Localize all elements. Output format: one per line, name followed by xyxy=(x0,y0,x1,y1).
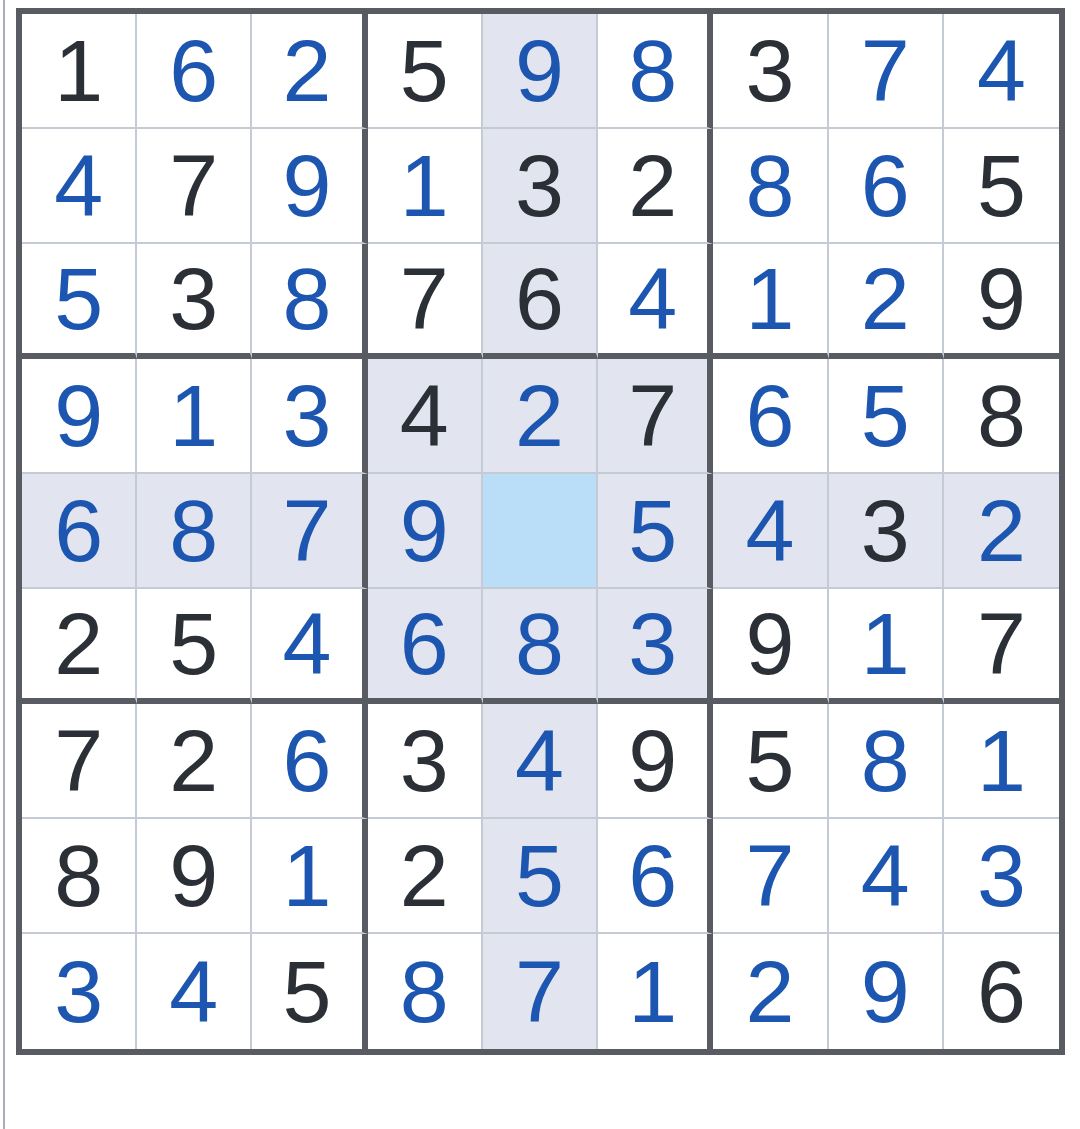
cell-r7c3[interactable]: 6 xyxy=(252,704,367,819)
cell-r9c9[interactable]: 6 xyxy=(944,934,1059,1049)
cell-r6c1[interactable]: 2 xyxy=(22,589,137,704)
cell-r2c1[interactable]: 4 xyxy=(22,129,137,244)
cell-r8c9[interactable]: 3 xyxy=(944,819,1059,934)
cell-r1c6[interactable]: 8 xyxy=(598,14,713,129)
cell-r4c2[interactable]: 1 xyxy=(137,359,252,474)
cell-r3c5[interactable]: 6 xyxy=(483,244,598,359)
cell-r9c6[interactable]: 1 xyxy=(598,934,713,1049)
cell-r9c3[interactable]: 5 xyxy=(252,934,367,1049)
cell-r7c6[interactable]: 9 xyxy=(598,704,713,819)
cell-r1c5[interactable]: 9 xyxy=(483,14,598,129)
cell-r8c6[interactable]: 6 xyxy=(598,819,713,934)
cell-r8c3[interactable]: 1 xyxy=(252,819,367,934)
cell-r2c9[interactable]: 5 xyxy=(944,129,1059,244)
cell-r7c9[interactable]: 1 xyxy=(944,704,1059,819)
cell-r2c4[interactable]: 1 xyxy=(368,129,483,244)
cell-r5c5[interactable] xyxy=(483,474,598,589)
cell-r9c1[interactable]: 3 xyxy=(22,934,137,1049)
cell-r3c4[interactable]: 7 xyxy=(368,244,483,359)
cell-r1c4[interactable]: 5 xyxy=(368,14,483,129)
cell-r3c6[interactable]: 4 xyxy=(598,244,713,359)
cell-r6c8[interactable]: 1 xyxy=(829,589,944,704)
cell-r2c7[interactable]: 8 xyxy=(713,129,828,244)
cell-r5c4[interactable]: 9 xyxy=(368,474,483,589)
cell-r6c7[interactable]: 9 xyxy=(713,589,828,704)
cell-r4c6[interactable]: 7 xyxy=(598,359,713,474)
cell-r3c1[interactable]: 5 xyxy=(22,244,137,359)
cell-r7c1[interactable]: 7 xyxy=(22,704,137,819)
cell-r9c2[interactable]: 4 xyxy=(137,934,252,1049)
screen-edge-line xyxy=(3,0,5,1129)
cell-r3c3[interactable]: 8 xyxy=(252,244,367,359)
cell-r3c9[interactable]: 9 xyxy=(944,244,1059,359)
cell-r4c8[interactable]: 5 xyxy=(829,359,944,474)
cell-r5c9[interactable]: 2 xyxy=(944,474,1059,589)
cell-r3c2[interactable]: 3 xyxy=(137,244,252,359)
cell-r8c4[interactable]: 2 xyxy=(368,819,483,934)
cell-r2c5[interactable]: 3 xyxy=(483,129,598,244)
cell-r8c8[interactable]: 4 xyxy=(829,819,944,934)
cell-r2c6[interactable]: 2 xyxy=(598,129,713,244)
cell-r4c5[interactable]: 2 xyxy=(483,359,598,474)
cell-r9c5[interactable]: 7 xyxy=(483,934,598,1049)
cell-r2c8[interactable]: 6 xyxy=(829,129,944,244)
cell-r7c4[interactable]: 3 xyxy=(368,704,483,819)
cell-r5c2[interactable]: 8 xyxy=(137,474,252,589)
cell-r4c9[interactable]: 8 xyxy=(944,359,1059,474)
sudoku-board: 1625983744791328655387641299134276586879… xyxy=(16,8,1065,1055)
cell-r8c5[interactable]: 5 xyxy=(483,819,598,934)
cell-r6c5[interactable]: 8 xyxy=(483,589,598,704)
cell-r4c4[interactable]: 4 xyxy=(368,359,483,474)
cell-r6c4[interactable]: 6 xyxy=(368,589,483,704)
cell-r9c7[interactable]: 2 xyxy=(713,934,828,1049)
cell-r6c3[interactable]: 4 xyxy=(252,589,367,704)
cell-r4c1[interactable]: 9 xyxy=(22,359,137,474)
cell-r1c9[interactable]: 4 xyxy=(944,14,1059,129)
cell-r5c7[interactable]: 4 xyxy=(713,474,828,589)
cell-r9c8[interactable]: 9 xyxy=(829,934,944,1049)
cell-r9c4[interactable]: 8 xyxy=(368,934,483,1049)
cell-r5c6[interactable]: 5 xyxy=(598,474,713,589)
cell-r4c7[interactable]: 6 xyxy=(713,359,828,474)
cell-r8c7[interactable]: 7 xyxy=(713,819,828,934)
cell-r6c2[interactable]: 5 xyxy=(137,589,252,704)
cell-r8c1[interactable]: 8 xyxy=(22,819,137,934)
cell-r7c8[interactable]: 8 xyxy=(829,704,944,819)
cell-r4c3[interactable]: 3 xyxy=(252,359,367,474)
cell-r5c3[interactable]: 7 xyxy=(252,474,367,589)
cell-r5c1[interactable]: 6 xyxy=(22,474,137,589)
cell-r6c6[interactable]: 3 xyxy=(598,589,713,704)
cell-r2c3[interactable]: 9 xyxy=(252,129,367,244)
cell-r3c7[interactable]: 1 xyxy=(713,244,828,359)
cell-r2c2[interactable]: 7 xyxy=(137,129,252,244)
cell-r1c1[interactable]: 1 xyxy=(22,14,137,129)
cell-r7c2[interactable]: 2 xyxy=(137,704,252,819)
cell-r1c8[interactable]: 7 xyxy=(829,14,944,129)
cell-r3c8[interactable]: 2 xyxy=(829,244,944,359)
cell-r8c2[interactable]: 9 xyxy=(137,819,252,934)
cell-r6c9[interactable]: 7 xyxy=(944,589,1059,704)
cell-r7c5[interactable]: 4 xyxy=(483,704,598,819)
cell-r1c2[interactable]: 6 xyxy=(137,14,252,129)
cell-r5c8[interactable]: 3 xyxy=(829,474,944,589)
cell-r1c7[interactable]: 3 xyxy=(713,14,828,129)
cell-r1c3[interactable]: 2 xyxy=(252,14,367,129)
cell-r7c7[interactable]: 5 xyxy=(713,704,828,819)
